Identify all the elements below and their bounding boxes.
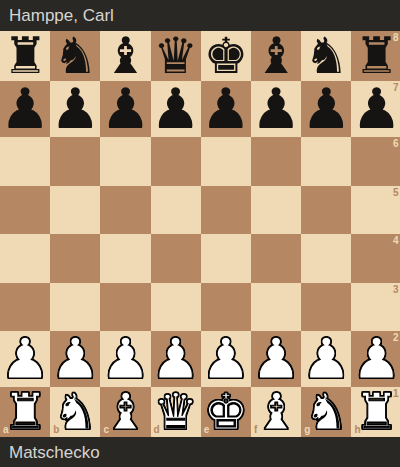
square-f2[interactable]: ♟	[251, 331, 301, 387]
square-c4[interactable]	[100, 234, 150, 283]
square-d1[interactable]: ♛d	[151, 387, 201, 437]
square-c7[interactable]: ♟	[100, 81, 150, 137]
square-f8[interactable]: ♝	[251, 31, 301, 81]
piece-white-pawn[interactable]: ♟	[201, 331, 251, 387]
piece-white-bishop[interactable]: ♝	[254, 387, 299, 437]
piece-white-king[interactable]: ♚	[204, 387, 249, 437]
square-h3[interactable]: 3	[351, 283, 400, 332]
square-f3[interactable]	[251, 283, 301, 332]
piece-white-pawn[interactable]: ♟	[301, 331, 351, 387]
piece-white-pawn[interactable]: ♟	[100, 331, 150, 387]
bottom-player-name[interactable]: Matschecko	[9, 444, 100, 461]
square-a2[interactable]: ♟	[0, 331, 50, 387]
square-h2[interactable]: ♟2	[351, 331, 400, 387]
piece-black-queen[interactable]: ♛	[153, 31, 198, 81]
square-h4[interactable]: 4	[351, 234, 400, 283]
square-c6[interactable]	[100, 137, 150, 186]
square-f4[interactable]	[251, 234, 301, 283]
square-d5[interactable]	[151, 186, 201, 235]
piece-black-pawn[interactable]: ♟	[351, 81, 400, 137]
square-a6[interactable]	[0, 137, 50, 186]
square-b3[interactable]	[50, 283, 100, 332]
piece-white-queen[interactable]: ♛	[153, 387, 198, 437]
square-g4[interactable]	[301, 234, 351, 283]
square-c8[interactable]: ♝	[100, 31, 150, 81]
square-e2[interactable]: ♟	[201, 331, 251, 387]
square-b6[interactable]	[50, 137, 100, 186]
square-e7[interactable]: ♟	[201, 81, 251, 137]
bottom-player-bar: Matschecko	[0, 437, 400, 467]
piece-black-bishop[interactable]: ♝	[103, 31, 148, 81]
piece-white-rook[interactable]: ♜	[354, 387, 399, 437]
square-b5[interactable]	[50, 186, 100, 235]
piece-black-pawn[interactable]: ♟	[301, 81, 351, 137]
square-h5[interactable]: 5	[351, 186, 400, 235]
piece-black-king[interactable]: ♚	[204, 31, 249, 81]
square-b1[interactable]: ♞b	[50, 387, 100, 437]
piece-black-pawn[interactable]: ♟	[251, 81, 301, 137]
piece-black-pawn[interactable]: ♟	[100, 81, 150, 137]
piece-white-bishop[interactable]: ♝	[103, 387, 148, 437]
square-e3[interactable]	[201, 283, 251, 332]
square-a8[interactable]: ♜	[0, 31, 50, 81]
square-e1[interactable]: ♚e	[201, 387, 251, 437]
square-h8[interactable]: ♜8	[351, 31, 400, 81]
square-d3[interactable]	[151, 283, 201, 332]
square-e5[interactable]	[201, 186, 251, 235]
piece-white-pawn[interactable]: ♟	[50, 331, 100, 387]
coord-rank-5: 5	[393, 188, 399, 198]
square-h7[interactable]: ♟7	[351, 81, 400, 137]
square-d8[interactable]: ♛	[151, 31, 201, 81]
piece-black-knight[interactable]: ♞	[53, 31, 98, 81]
piece-black-pawn[interactable]: ♟	[0, 81, 50, 137]
chess-board: ♜♞♝♛♚♝♞♜8♟♟♟♟♟♟♟♟76543♟♟♟♟♟♟♟♟2♜a♞b♝c♛d♚…	[0, 31, 400, 437]
square-b7[interactable]: ♟	[50, 81, 100, 137]
square-d6[interactable]	[151, 137, 201, 186]
piece-black-bishop[interactable]: ♝	[254, 31, 299, 81]
piece-white-rook[interactable]: ♜	[3, 387, 48, 437]
square-d4[interactable]	[151, 234, 201, 283]
square-c5[interactable]	[100, 186, 150, 235]
square-h6[interactable]: 6	[351, 137, 400, 186]
square-e6[interactable]	[201, 137, 251, 186]
square-b2[interactable]: ♟	[50, 331, 100, 387]
square-a7[interactable]: ♟	[0, 81, 50, 137]
square-g7[interactable]: ♟	[301, 81, 351, 137]
piece-white-pawn[interactable]: ♟	[251, 331, 301, 387]
square-a1[interactable]: ♜a	[0, 387, 50, 437]
square-g5[interactable]	[301, 186, 351, 235]
piece-white-knight[interactable]: ♞	[53, 387, 98, 437]
square-g2[interactable]: ♟	[301, 331, 351, 387]
square-e4[interactable]	[201, 234, 251, 283]
top-player-name[interactable]: Hamppe, Carl	[9, 7, 114, 24]
square-a4[interactable]	[0, 234, 50, 283]
square-f5[interactable]	[251, 186, 301, 235]
square-a5[interactable]	[0, 186, 50, 235]
piece-white-knight[interactable]: ♞	[304, 387, 349, 437]
square-d2[interactable]: ♟	[151, 331, 201, 387]
square-e8[interactable]: ♚	[201, 31, 251, 81]
square-g6[interactable]	[301, 137, 351, 186]
square-h1[interactable]: ♜1h	[351, 387, 400, 437]
square-a3[interactable]	[0, 283, 50, 332]
piece-black-rook[interactable]: ♜	[3, 31, 48, 81]
coord-rank-4: 4	[393, 236, 399, 246]
piece-black-pawn[interactable]: ♟	[50, 81, 100, 137]
piece-black-pawn[interactable]: ♟	[201, 81, 251, 137]
square-f6[interactable]	[251, 137, 301, 186]
square-b4[interactable]	[50, 234, 100, 283]
square-g8[interactable]: ♞	[301, 31, 351, 81]
piece-white-pawn[interactable]: ♟	[351, 331, 400, 387]
piece-black-knight[interactable]: ♞	[304, 31, 349, 81]
piece-black-pawn[interactable]: ♟	[151, 81, 201, 137]
square-f7[interactable]: ♟	[251, 81, 301, 137]
piece-white-pawn[interactable]: ♟	[0, 331, 50, 387]
square-b8[interactable]: ♞	[50, 31, 100, 81]
square-c1[interactable]: ♝c	[100, 387, 150, 437]
square-f1[interactable]: ♝f	[251, 387, 301, 437]
square-g1[interactable]: ♞g	[301, 387, 351, 437]
coord-rank-3: 3	[393, 285, 399, 295]
piece-white-pawn[interactable]: ♟	[151, 331, 201, 387]
square-d7[interactable]: ♟	[151, 81, 201, 137]
square-c3[interactable]	[100, 283, 150, 332]
piece-black-rook[interactable]: ♜	[354, 31, 399, 81]
square-g3[interactable]	[301, 283, 351, 332]
square-c2[interactable]: ♟	[100, 331, 150, 387]
